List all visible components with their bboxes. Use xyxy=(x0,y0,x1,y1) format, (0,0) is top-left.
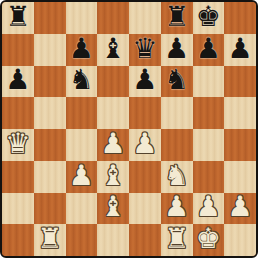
square-b3[interactable] xyxy=(34,161,66,193)
black-pawn[interactable]: ♟ xyxy=(132,66,157,94)
square-e5[interactable] xyxy=(129,97,161,129)
square-f4[interactable] xyxy=(161,129,193,161)
square-a1[interactable] xyxy=(2,224,34,256)
square-b5[interactable] xyxy=(34,97,66,129)
square-d1[interactable] xyxy=(97,224,129,256)
square-h7[interactable]: ♟ xyxy=(224,34,256,66)
square-d3[interactable]: ♝ xyxy=(97,161,129,193)
chess-board-frame: ♜♜♚♟♝♛♟♟♟♟♞♟♞♛♟♟♟♝♞♝♟♟♟♜♜♚ xyxy=(0,0,258,258)
square-c5[interactable] xyxy=(66,97,98,129)
square-f7[interactable]: ♟ xyxy=(161,34,193,66)
square-h2[interactable]: ♟ xyxy=(224,193,256,225)
square-c4[interactable] xyxy=(66,129,98,161)
square-h4[interactable] xyxy=(224,129,256,161)
square-f1[interactable]: ♜ xyxy=(161,224,193,256)
square-c8[interactable] xyxy=(66,2,98,34)
square-a3[interactable] xyxy=(2,161,34,193)
white-pawn[interactable]: ♟ xyxy=(69,162,94,190)
square-b6[interactable] xyxy=(34,66,66,98)
square-e1[interactable] xyxy=(129,224,161,256)
square-f3[interactable]: ♞ xyxy=(161,161,193,193)
square-a5[interactable] xyxy=(2,97,34,129)
black-knight[interactable]: ♞ xyxy=(69,66,94,94)
white-pawn[interactable]: ♟ xyxy=(101,130,126,158)
square-e8[interactable] xyxy=(129,2,161,34)
square-d8[interactable] xyxy=(97,2,129,34)
square-a4[interactable]: ♛ xyxy=(2,129,34,161)
square-g3[interactable] xyxy=(193,161,225,193)
square-d4[interactable]: ♟ xyxy=(97,129,129,161)
square-e6[interactable]: ♟ xyxy=(129,66,161,98)
square-e4[interactable]: ♟ xyxy=(129,129,161,161)
square-c7[interactable]: ♟ xyxy=(66,34,98,66)
white-knight[interactable]: ♞ xyxy=(164,162,189,190)
square-g4[interactable] xyxy=(193,129,225,161)
square-c3[interactable]: ♟ xyxy=(66,161,98,193)
black-pawn[interactable]: ♟ xyxy=(5,66,30,94)
white-rook[interactable]: ♜ xyxy=(37,225,62,253)
black-pawn[interactable]: ♟ xyxy=(69,35,94,63)
square-f8[interactable]: ♜ xyxy=(161,2,193,34)
white-bishop[interactable]: ♝ xyxy=(101,193,126,221)
black-queen[interactable]: ♛ xyxy=(132,35,157,63)
square-d2[interactable]: ♝ xyxy=(97,193,129,225)
white-queen[interactable]: ♛ xyxy=(5,130,30,158)
square-e7[interactable]: ♛ xyxy=(129,34,161,66)
black-pawn[interactable]: ♟ xyxy=(196,35,221,63)
square-e2[interactable] xyxy=(129,193,161,225)
square-a7[interactable] xyxy=(2,34,34,66)
square-b8[interactable] xyxy=(34,2,66,34)
square-a6[interactable]: ♟ xyxy=(2,66,34,98)
square-f2[interactable]: ♟ xyxy=(161,193,193,225)
black-king[interactable]: ♚ xyxy=(196,3,221,31)
square-h8[interactable] xyxy=(224,2,256,34)
white-rook[interactable]: ♜ xyxy=(164,225,189,253)
square-b1[interactable]: ♜ xyxy=(34,224,66,256)
square-h3[interactable] xyxy=(224,161,256,193)
square-c6[interactable]: ♞ xyxy=(66,66,98,98)
square-e3[interactable] xyxy=(129,161,161,193)
square-g2[interactable]: ♟ xyxy=(193,193,225,225)
square-c2[interactable] xyxy=(66,193,98,225)
square-g7[interactable]: ♟ xyxy=(193,34,225,66)
square-d7[interactable]: ♝ xyxy=(97,34,129,66)
square-b7[interactable] xyxy=(34,34,66,66)
square-a2[interactable] xyxy=(2,193,34,225)
square-f5[interactable] xyxy=(161,97,193,129)
square-d5[interactable] xyxy=(97,97,129,129)
square-h1[interactable] xyxy=(224,224,256,256)
black-pawn[interactable]: ♟ xyxy=(228,35,253,63)
black-bishop[interactable]: ♝ xyxy=(101,35,126,63)
black-rook[interactable]: ♜ xyxy=(5,3,30,31)
square-b2[interactable] xyxy=(34,193,66,225)
square-h6[interactable] xyxy=(224,66,256,98)
black-pawn[interactable]: ♟ xyxy=(164,35,189,63)
square-a8[interactable]: ♜ xyxy=(2,2,34,34)
square-g5[interactable] xyxy=(193,97,225,129)
square-g6[interactable] xyxy=(193,66,225,98)
square-g1[interactable]: ♚ xyxy=(193,224,225,256)
white-pawn[interactable]: ♟ xyxy=(228,193,253,221)
chess-board: ♜♜♚♟♝♛♟♟♟♟♞♟♞♛♟♟♟♝♞♝♟♟♟♜♜♚ xyxy=(2,2,256,256)
square-b4[interactable] xyxy=(34,129,66,161)
square-h5[interactable] xyxy=(224,97,256,129)
white-pawn[interactable]: ♟ xyxy=(164,193,189,221)
square-g8[interactable]: ♚ xyxy=(193,2,225,34)
square-f6[interactable]: ♞ xyxy=(161,66,193,98)
black-rook[interactable]: ♜ xyxy=(164,3,189,31)
square-c1[interactable] xyxy=(66,224,98,256)
white-king[interactable]: ♚ xyxy=(196,225,221,253)
white-pawn[interactable]: ♟ xyxy=(196,193,221,221)
white-bishop[interactable]: ♝ xyxy=(101,162,126,190)
square-d6[interactable] xyxy=(97,66,129,98)
black-knight[interactable]: ♞ xyxy=(164,66,189,94)
white-pawn[interactable]: ♟ xyxy=(132,130,157,158)
